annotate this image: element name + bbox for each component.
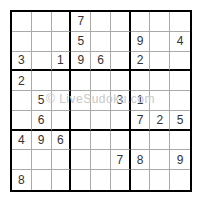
cell-r5c9[interactable] [170, 91, 190, 111]
cell-r3c7[interactable]: 2 [131, 52, 151, 72]
cell-r5c1[interactable] [12, 91, 32, 111]
cell-r2c5[interactable] [91, 32, 111, 52]
cell-r5c2[interactable]: 5 [32, 91, 52, 111]
cell-r6c4[interactable] [71, 111, 91, 131]
cell-r6c9[interactable]: 5 [170, 111, 190, 131]
cell-r8c9[interactable]: 9 [170, 150, 190, 170]
cell-r1c5[interactable] [91, 12, 111, 32]
cell-r5c8[interactable] [150, 91, 170, 111]
cell-r4c5[interactable] [91, 71, 111, 91]
cell-r8c6[interactable]: 7 [111, 150, 131, 170]
cell-r5c7[interactable]: 1 [131, 91, 151, 111]
cell-r8c8[interactable] [150, 150, 170, 170]
cell-r6c3[interactable] [52, 111, 72, 131]
cell-r6c6[interactable] [111, 111, 131, 131]
cell-r8c4[interactable] [71, 150, 91, 170]
cell-r7c3[interactable]: 6 [52, 131, 72, 151]
cell-r3c2[interactable] [32, 52, 52, 72]
cell-r9c5[interactable] [91, 170, 111, 190]
cell-r3c8[interactable] [150, 52, 170, 72]
cell-r4c4[interactable] [71, 71, 91, 91]
cell-r5c3[interactable] [52, 91, 72, 111]
cell-r9c8[interactable] [150, 170, 170, 190]
cell-r2c2[interactable] [32, 32, 52, 52]
cell-r2c3[interactable] [52, 32, 72, 52]
cell-r1c1[interactable] [12, 12, 32, 32]
cell-r2c7[interactable]: 9 [131, 32, 151, 52]
cell-r2c6[interactable] [111, 32, 131, 52]
cell-r2c1[interactable] [12, 32, 32, 52]
cell-r3c4[interactable]: 9 [71, 52, 91, 72]
cell-r1c6[interactable] [111, 12, 131, 32]
cell-r6c2[interactable]: 6 [32, 111, 52, 131]
cell-r4c3[interactable] [52, 71, 72, 91]
cell-r1c7[interactable] [131, 12, 151, 32]
sudoku-page: 759431962253167254967898 © LiveSudoku.co… [0, 0, 200, 200]
cell-r9c9[interactable] [170, 170, 190, 190]
cell-r9c6[interactable] [111, 170, 131, 190]
cell-r4c9[interactable] [170, 71, 190, 91]
cell-r2c9[interactable]: 4 [170, 32, 190, 52]
cell-r8c7[interactable]: 8 [131, 150, 151, 170]
cell-r4c2[interactable] [32, 71, 52, 91]
cell-r7c4[interactable] [71, 131, 91, 151]
cell-r6c7[interactable]: 7 [131, 111, 151, 131]
cell-r1c4[interactable]: 7 [71, 12, 91, 32]
cell-r1c2[interactable] [32, 12, 52, 32]
cell-r7c9[interactable] [170, 131, 190, 151]
cell-r9c4[interactable] [71, 170, 91, 190]
cell-r4c1[interactable]: 2 [12, 71, 32, 91]
cell-r7c2[interactable]: 9 [32, 131, 52, 151]
cell-r6c1[interactable] [12, 111, 32, 131]
cell-r5c5[interactable] [91, 91, 111, 111]
cell-r9c1[interactable]: 8 [12, 170, 32, 190]
cell-r8c5[interactable] [91, 150, 111, 170]
cell-r1c9[interactable] [170, 12, 190, 32]
cell-r2c4[interactable]: 5 [71, 32, 91, 52]
cell-r3c5[interactable]: 6 [91, 52, 111, 72]
cell-r3c9[interactable] [170, 52, 190, 72]
cell-r3c3[interactable]: 1 [52, 52, 72, 72]
cell-r6c8[interactable]: 2 [150, 111, 170, 131]
cell-r5c6[interactable]: 3 [111, 91, 131, 111]
cell-r7c5[interactable] [91, 131, 111, 151]
cell-r4c7[interactable] [131, 71, 151, 91]
cell-r3c6[interactable] [111, 52, 131, 72]
cell-r6c5[interactable] [91, 111, 111, 131]
cell-r4c6[interactable] [111, 71, 131, 91]
cell-r7c1[interactable]: 4 [12, 131, 32, 151]
cell-r3c1[interactable]: 3 [12, 52, 32, 72]
cell-r9c2[interactable] [32, 170, 52, 190]
cell-r8c3[interactable] [52, 150, 72, 170]
cell-r1c8[interactable] [150, 12, 170, 32]
cell-r7c7[interactable] [131, 131, 151, 151]
cell-r8c2[interactable] [32, 150, 52, 170]
cell-r1c3[interactable] [52, 12, 72, 32]
cell-r2c8[interactable] [150, 32, 170, 52]
cell-r7c6[interactable] [111, 131, 131, 151]
sudoku-board: 759431962253167254967898 [10, 10, 192, 192]
cell-r5c4[interactable] [71, 91, 91, 111]
cell-r9c7[interactable] [131, 170, 151, 190]
cell-r7c8[interactable] [150, 131, 170, 151]
cell-r8c1[interactable] [12, 150, 32, 170]
cell-r9c3[interactable] [52, 170, 72, 190]
cell-r4c8[interactable] [150, 71, 170, 91]
